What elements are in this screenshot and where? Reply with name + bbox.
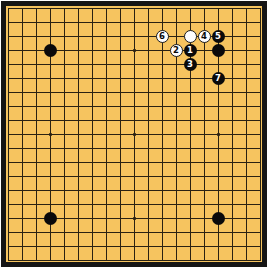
stone-black-3: 3 xyxy=(184,58,197,71)
stone-label: 4 xyxy=(201,32,207,41)
stone-black xyxy=(44,44,57,57)
stone-label: 7 xyxy=(215,74,221,83)
stones-layer: 1234567 xyxy=(1,1,267,267)
stone-label: 2 xyxy=(173,46,179,55)
stone-black xyxy=(212,44,225,57)
stone-black xyxy=(44,212,57,225)
stone-label: 1 xyxy=(187,46,193,55)
stone-black-1: 1 xyxy=(184,44,197,57)
stone-label: 3 xyxy=(187,60,193,69)
stone-black-5: 5 xyxy=(212,30,225,43)
stone-white-2: 2 xyxy=(170,44,183,57)
stone-white-6: 6 xyxy=(156,30,169,43)
stone-label: 5 xyxy=(215,32,221,41)
stone-white xyxy=(184,30,197,43)
stone-label: 6 xyxy=(159,32,165,41)
stone-white-4: 4 xyxy=(198,30,211,43)
stone-black xyxy=(212,212,225,225)
go-diagram: 1234567 xyxy=(0,0,270,271)
stone-black-7: 7 xyxy=(212,72,225,85)
